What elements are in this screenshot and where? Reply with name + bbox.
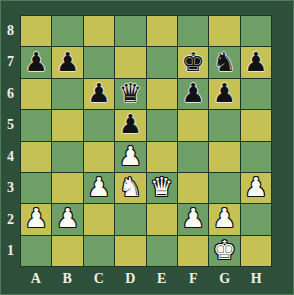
square-h8[interactable] [241, 16, 271, 46]
square-e8[interactable] [147, 16, 177, 46]
square-e4[interactable] [147, 142, 177, 172]
square-f2[interactable]: ♟ [178, 204, 208, 234]
square-d7[interactable] [115, 47, 145, 77]
piece-white-pawn: ♟ [56, 205, 79, 231]
piece-white-pawn: ♟ [244, 174, 267, 200]
square-a5[interactable] [21, 110, 51, 140]
file-label-d: D [115, 267, 147, 291]
chess-board: ♟♟♚♞♟♟♛♟♟♟♟♟♞♛♟♟♟♟♟♚ [20, 15, 272, 267]
piece-black-pawn: ♟ [119, 111, 142, 137]
piece-white-knight: ♞ [119, 174, 142, 200]
piece-black-pawn: ♟ [56, 49, 79, 75]
piece-white-pawn: ♟ [87, 174, 110, 200]
square-c4[interactable] [84, 142, 114, 172]
rank-labels: 87654321 [1, 15, 20, 267]
piece-black-pawn: ♟ [25, 49, 48, 75]
rank-label-3: 3 [1, 173, 20, 205]
square-d3[interactable]: ♞ [115, 173, 145, 203]
piece-black-queen: ♛ [119, 80, 142, 106]
piece-white-queen: ♛ [150, 174, 173, 200]
square-e7[interactable] [147, 47, 177, 77]
piece-black-pawn: ♟ [244, 49, 267, 75]
square-e6[interactable] [147, 79, 177, 109]
square-g7[interactable]: ♞ [209, 47, 239, 77]
square-b4[interactable] [52, 142, 82, 172]
square-c8[interactable] [84, 16, 114, 46]
square-f7[interactable]: ♚ [178, 47, 208, 77]
square-g1[interactable]: ♚ [209, 236, 239, 266]
square-a4[interactable] [21, 142, 51, 172]
piece-white-pawn: ♟ [25, 205, 48, 231]
square-h6[interactable] [241, 79, 271, 109]
file-label-h: H [241, 267, 273, 291]
square-f1[interactable] [178, 236, 208, 266]
file-labels: ABCDEFGH [20, 267, 272, 291]
square-d6[interactable]: ♛ [115, 79, 145, 109]
rank-label-4: 4 [1, 141, 20, 173]
piece-black-king: ♚ [181, 49, 204, 75]
square-b5[interactable] [52, 110, 82, 140]
file-label-c: C [83, 267, 115, 291]
square-h4[interactable] [241, 142, 271, 172]
square-f5[interactable] [178, 110, 208, 140]
piece-black-knight: ♞ [213, 49, 236, 75]
square-d5[interactable]: ♟ [115, 110, 145, 140]
square-b2[interactable]: ♟ [52, 204, 82, 234]
square-g2[interactable]: ♟ [209, 204, 239, 234]
square-c5[interactable] [84, 110, 114, 140]
file-label-b: B [52, 267, 84, 291]
piece-black-pawn: ♟ [181, 80, 204, 106]
square-e5[interactable] [147, 110, 177, 140]
square-f6[interactable]: ♟ [178, 79, 208, 109]
piece-black-pawn: ♟ [213, 80, 236, 106]
piece-white-pawn: ♟ [213, 205, 236, 231]
file-label-g: G [209, 267, 241, 291]
square-b8[interactable] [52, 16, 82, 46]
piece-white-pawn: ♟ [119, 143, 142, 169]
file-label-f: F [178, 267, 210, 291]
square-d1[interactable] [115, 236, 145, 266]
square-e2[interactable] [147, 204, 177, 234]
file-label-a: A [20, 267, 52, 291]
square-g3[interactable] [209, 173, 239, 203]
square-h1[interactable] [241, 236, 271, 266]
piece-white-pawn: ♟ [181, 205, 204, 231]
square-c7[interactable] [84, 47, 114, 77]
square-e1[interactable] [147, 236, 177, 266]
square-b1[interactable] [52, 236, 82, 266]
piece-black-pawn: ♟ [87, 80, 110, 106]
square-c1[interactable] [84, 236, 114, 266]
rank-label-8: 8 [1, 15, 20, 47]
square-c3[interactable]: ♟ [84, 173, 114, 203]
square-g5[interactable] [209, 110, 239, 140]
square-a1[interactable] [21, 236, 51, 266]
square-b6[interactable] [52, 79, 82, 109]
square-d8[interactable] [115, 16, 145, 46]
square-c6[interactable]: ♟ [84, 79, 114, 109]
square-f3[interactable] [178, 173, 208, 203]
square-d2[interactable] [115, 204, 145, 234]
chess-diagram: 87654321 ♟♟♚♞♟♟♛♟♟♟♟♟♞♛♟♟♟♟♟♚ ABCDEFGH [0, 0, 294, 295]
square-e3[interactable]: ♛ [147, 173, 177, 203]
rank-label-6: 6 [1, 78, 20, 110]
square-h5[interactable] [241, 110, 271, 140]
square-h3[interactable]: ♟ [241, 173, 271, 203]
square-a7[interactable]: ♟ [21, 47, 51, 77]
square-d4[interactable]: ♟ [115, 142, 145, 172]
square-a3[interactable] [21, 173, 51, 203]
square-f4[interactable] [178, 142, 208, 172]
square-f8[interactable] [178, 16, 208, 46]
square-g8[interactable] [209, 16, 239, 46]
file-label-e: E [146, 267, 178, 291]
square-h2[interactable] [241, 204, 271, 234]
square-h7[interactable]: ♟ [241, 47, 271, 77]
square-b7[interactable]: ♟ [52, 47, 82, 77]
square-a2[interactable]: ♟ [21, 204, 51, 234]
square-a8[interactable] [21, 16, 51, 46]
rank-label-2: 2 [1, 204, 20, 236]
square-g4[interactable] [209, 142, 239, 172]
rank-label-7: 7 [1, 47, 20, 79]
square-g6[interactable]: ♟ [209, 79, 239, 109]
square-a6[interactable] [21, 79, 51, 109]
square-b3[interactable] [52, 173, 82, 203]
rank-label-1: 1 [1, 236, 20, 268]
square-c2[interactable] [84, 204, 114, 234]
rank-label-5: 5 [1, 110, 20, 142]
piece-white-king: ♚ [213, 237, 236, 263]
